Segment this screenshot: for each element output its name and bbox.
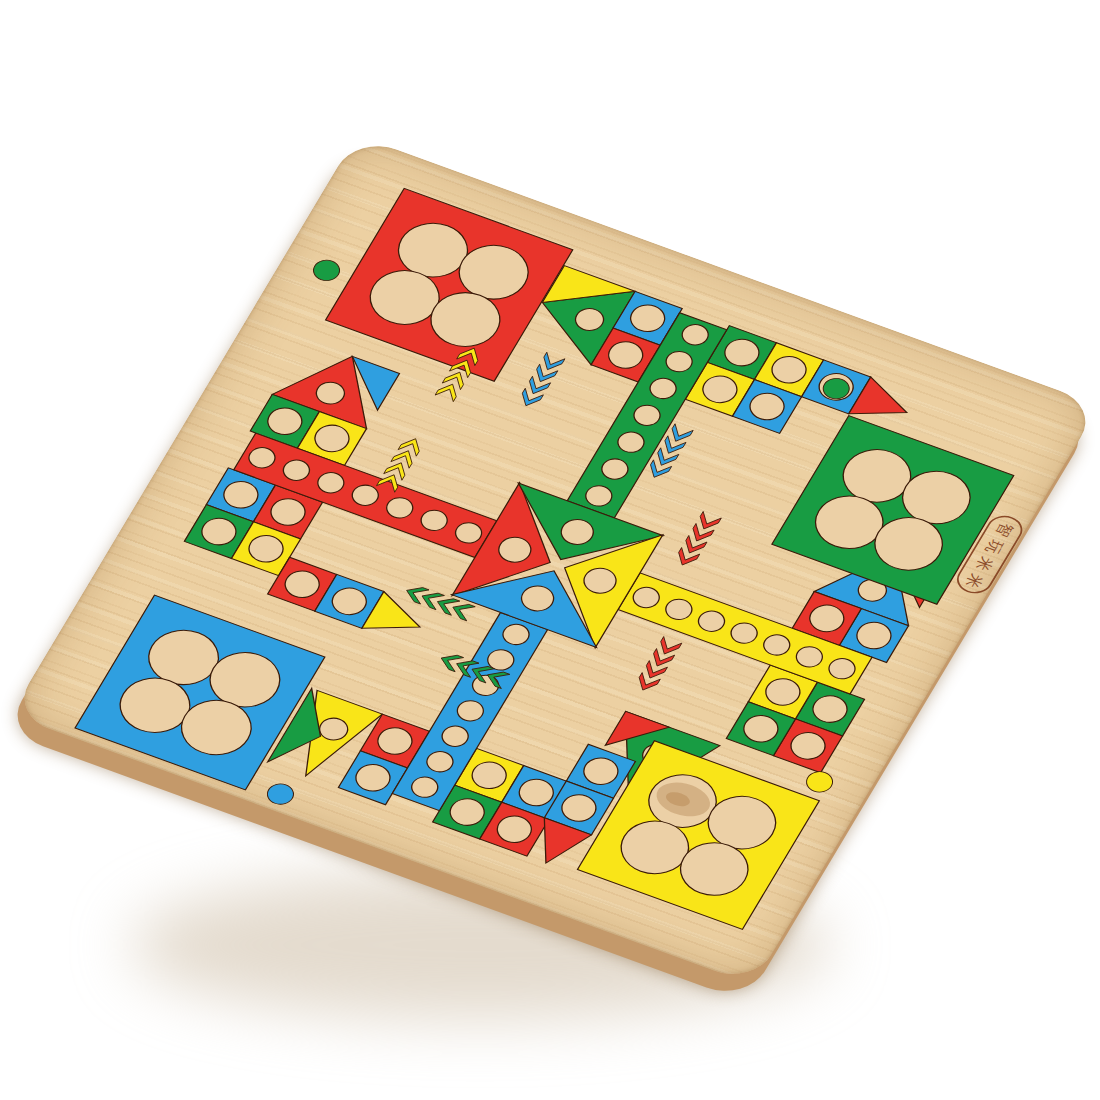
chevron-trail-red [634,637,682,694]
game-board: 智玩米米 [10,135,1100,985]
chevron-blue [667,424,694,445]
brand-stamp-char: 米 [971,554,996,573]
flying-chess-board-print: 智玩米米 [10,135,1100,985]
chevron-trail-red [673,511,721,568]
chevron-red [655,637,682,658]
chevron-green [449,600,476,621]
chevron-yellow [435,381,462,402]
brand-stamp-char: 米 [961,571,986,590]
dot-near-blue-hangar [263,781,298,808]
chevron-red [695,511,722,532]
dot-near-red-hangar [309,257,344,284]
chevron-trail-blue [517,352,565,409]
red-hangar-square [326,188,573,381]
product-photo-scene: 智玩米米 [0,0,1100,1100]
red-hangar [326,188,573,381]
brand-stamp-char: 智 [992,521,1017,540]
chevron-blue [538,352,565,373]
brand-stamp-char: 玩 [982,537,1008,556]
dot-near-yellow-hangar [802,768,837,795]
